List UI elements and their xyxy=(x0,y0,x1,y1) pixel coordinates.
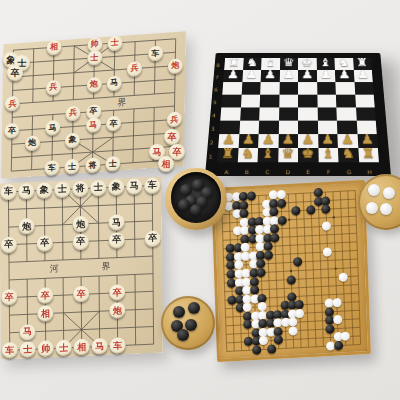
chess-square[interactable] xyxy=(317,95,336,108)
xiangqi-piece-character: 相 xyxy=(162,160,171,169)
chess-square[interactable] xyxy=(259,107,279,120)
xiangqi-piece-character: 车 xyxy=(113,341,122,350)
xiangqi-piece-character: 马 xyxy=(112,218,121,227)
river-label-jie: 界 xyxy=(101,260,112,273)
go-stone-black[interactable] xyxy=(180,184,192,196)
xiangqi-piece-character: 卒 xyxy=(11,69,20,78)
chess-square[interactable] xyxy=(221,95,241,108)
chess-square[interactable] xyxy=(298,95,317,108)
xiangqi-piece-character: 马 xyxy=(22,186,31,195)
xiangqi-piece-character: 兵 xyxy=(131,64,139,73)
chess-square[interactable] xyxy=(241,82,260,94)
xiangqi-piece-character: 兵 xyxy=(170,115,178,124)
chess-piece-265d[interactable]: ♝ xyxy=(321,147,335,160)
chess-square[interactable] xyxy=(240,95,260,108)
chess-square[interactable]: ♟ xyxy=(335,70,354,82)
go-stone-white[interactable] xyxy=(380,203,392,215)
go-board[interactable] xyxy=(211,180,371,362)
xiangqi-piece-character: 卒 xyxy=(8,127,16,136)
xiangqi-piece-character: 马 xyxy=(153,148,162,157)
xiangqi-piece-character: 兵 xyxy=(69,109,77,118)
chess-square[interactable]: ♜ xyxy=(217,148,238,162)
loose-xiangqi-piece-black[interactable]: 卒 xyxy=(7,65,23,81)
chess-piece-265f[interactable]: ♟ xyxy=(242,133,256,146)
xiangqi-piece-character: 卒 xyxy=(77,290,86,299)
chess-rank-label: 1 xyxy=(208,148,213,165)
xiangqi-piece-character: 兵 xyxy=(8,100,16,109)
xiangqi-piece-character: 炮 xyxy=(113,306,122,315)
chess-square[interactable] xyxy=(220,107,240,120)
xiangqi-piece-character: 士 xyxy=(90,54,98,63)
xiangqi-piece-character: 炮 xyxy=(90,81,98,90)
chess-file-label: C xyxy=(257,169,278,175)
chess-file-label: B xyxy=(237,169,258,175)
chess-square[interactable]: ♝ xyxy=(258,148,279,162)
chess-square[interactable]: ♞ xyxy=(338,148,359,162)
chess-square[interactable]: ♟ xyxy=(316,70,335,82)
xiangqi-piece-character: 士 xyxy=(94,183,103,192)
chess-square[interactable]: ♟ xyxy=(223,70,242,82)
chess-piece-265f[interactable]: ♟ xyxy=(338,69,351,80)
go-stone-black[interactable] xyxy=(177,329,189,341)
chess-piece-265f[interactable]: ♟ xyxy=(264,69,277,80)
chess-file-label: A xyxy=(216,169,237,175)
xiangqi-piece-character: 马 xyxy=(130,182,139,191)
chess-square[interactable]: ♟ xyxy=(279,70,298,82)
chess-file-label: F xyxy=(318,169,339,175)
loose-xiangqi-piece-red[interactable]: 卒 xyxy=(164,129,180,145)
xiangqi-piece-character: 卒 xyxy=(112,235,121,244)
chess-piece-265f[interactable]: ♟ xyxy=(301,133,314,146)
chess-square[interactable] xyxy=(317,82,336,94)
go-stone-white[interactable] xyxy=(366,202,378,214)
chess-board[interactable]: ♜♞♝♛♚♝♞♜♟♟♟♟♟♟♟♟♟♟♟♟♟♟♟♟♜♞♝♛♚♝♞♜ ABCDEFG… xyxy=(205,53,391,176)
go-stone-black[interactable] xyxy=(190,204,202,216)
chess-squares: ♜♞♝♛♚♝♞♜♟♟♟♟♟♟♟♟♟♟♟♟♟♟♟♟♜♞♝♛♚♝♞♜ xyxy=(217,58,379,162)
xiangqi-piece-character: 士 xyxy=(68,163,76,172)
xiangqi-piece-character: 将 xyxy=(88,161,96,170)
xiangqi-piece-character: 车 xyxy=(148,181,157,190)
xiangqi-board-bottom[interactable]: 河 界 车马象士将士象马车炮炮马卒卒卒卒卒卒卒卒卒相炮马车士帅士相马车 xyxy=(0,176,163,359)
river-label-he: 河 xyxy=(50,262,61,275)
chess-piece-265e[interactable]: ♞ xyxy=(341,147,355,160)
chess-piece-265f[interactable]: ♟ xyxy=(227,69,240,80)
xiangqi-piece-character: 卒 xyxy=(76,237,85,246)
loose-xiangqi-piece-red[interactable]: 相 xyxy=(158,156,174,172)
xiangqi-piece-character: 士 xyxy=(58,185,67,194)
chess-square[interactable] xyxy=(279,95,298,108)
chess-piece-265f[interactable]: ♟ xyxy=(321,133,334,146)
chess-file-label: D xyxy=(278,169,298,175)
xiangqi-piece-character: 相 xyxy=(77,343,86,352)
chess-square[interactable] xyxy=(356,107,376,120)
xiangqi-piece-character: 马 xyxy=(95,342,104,351)
xiangqi-piece-character: 象 xyxy=(112,182,121,191)
xiangqi-piece-character: 士 xyxy=(59,343,68,352)
xiangqi-piece-character: 炮 xyxy=(171,61,179,70)
scene-table: 界 相帅士士车兵炮兵炮马兵兵卒卒马马卒兵炮象车士将士 ♜♞♝♛♚♝♞♜♟♟♟♟♟… xyxy=(0,0,400,400)
chess-piece-265f[interactable]: ♟ xyxy=(360,133,374,146)
go-stone-black[interactable] xyxy=(178,199,190,211)
xiangqi-piece-character: 象 xyxy=(69,136,77,145)
chess-piece-265f[interactable]: ♟ xyxy=(281,133,294,146)
xiangqi-piece-character: 炮 xyxy=(28,139,36,148)
xiangqi-piece-character: 卒 xyxy=(148,234,157,243)
chess-square[interactable] xyxy=(222,82,242,94)
chess-square[interactable] xyxy=(354,82,374,94)
xiangqi-piece-character: 卒 xyxy=(89,107,97,116)
xiangqi-piece-character: 车 xyxy=(4,187,13,196)
chess-square[interactable] xyxy=(260,82,279,94)
chess-square[interactable]: ♟ xyxy=(242,70,261,82)
go-lid-black-stones[interactable] xyxy=(161,296,215,350)
chess-square[interactable] xyxy=(279,107,298,120)
chess-piece-265c[interactable]: ♜ xyxy=(361,147,375,160)
xiangqi-piece-character: 炮 xyxy=(22,222,31,231)
go-stone-black[interactable] xyxy=(185,319,197,331)
chess-square[interactable]: ♟ xyxy=(353,70,372,82)
chess-piece-265f[interactable]: ♟ xyxy=(341,133,355,146)
xiangqi-piece-character: 卒 xyxy=(5,293,14,302)
xiangqi-piece-character: 相 xyxy=(50,43,58,52)
xiangqi-piece-character: 兵 xyxy=(49,83,57,92)
chess-square[interactable]: ♛ xyxy=(278,148,298,162)
xiangqi-piece-character: 炮 xyxy=(76,219,85,228)
chess-piece-265b[interactable]: ♛ xyxy=(281,147,294,160)
xiangqi-piece-character: 帅 xyxy=(41,344,50,353)
xiangqi-piece-character: 卒 xyxy=(173,148,182,157)
chess-square[interactable]: ♚ xyxy=(298,148,318,162)
chess-square[interactable] xyxy=(336,107,356,120)
chess-file-label: H xyxy=(359,169,380,175)
chess-square[interactable]: ♟ xyxy=(298,70,317,82)
chess-square[interactable] xyxy=(317,107,337,120)
xiangqi-piece-character: 马 xyxy=(49,124,57,133)
xiangqi-piece-character: 士 xyxy=(109,160,117,169)
xiangqi-piece-character: 卒 xyxy=(41,291,50,300)
xiangqi-piece-character: 车 xyxy=(151,49,159,58)
xiangqi-piece-character: 车 xyxy=(48,164,56,173)
xiangqi-piece-character: 帅 xyxy=(90,40,98,49)
xiangqi-piece-character: 卒 xyxy=(113,288,122,297)
chess-piece-265f[interactable]: ♟ xyxy=(320,69,333,80)
xiangqi-piece-character: 相 xyxy=(41,309,50,318)
go-stone-black[interactable] xyxy=(188,302,200,314)
chess-square[interactable]: ♜ xyxy=(358,148,379,162)
xiangqi-piece-character: 马 xyxy=(23,327,32,336)
xiangqi-piece-character: 卒 xyxy=(40,238,49,247)
go-stone-bowl[interactable] xyxy=(165,168,227,230)
chess-square[interactable] xyxy=(298,107,317,120)
xiangqi-piece-character: 马 xyxy=(89,121,97,130)
chess-square[interactable]: ♞ xyxy=(237,148,258,162)
xiangqi-piece-character: 卒 xyxy=(4,240,13,249)
chess-piece-265f[interactable]: ♟ xyxy=(283,69,295,80)
river-label-jie: 界 xyxy=(117,96,128,110)
chess-piece-265e[interactable]: ♞ xyxy=(241,147,255,160)
xiangqi-piece-character: 士 xyxy=(111,39,119,48)
chess-square[interactable] xyxy=(298,82,317,94)
chess-piece-265f[interactable]: ♟ xyxy=(356,69,369,80)
xiangqi-piece-character: 卒 xyxy=(109,119,117,128)
chess-square[interactable] xyxy=(240,107,260,120)
xiangqi-piece-character: 将 xyxy=(76,184,85,193)
xiangqi-piece-character: 士 xyxy=(23,345,32,354)
chess-square[interactable]: ♟ xyxy=(261,70,280,82)
chess-square[interactable] xyxy=(260,95,279,108)
xiangqi-piece-character: 卒 xyxy=(168,133,177,142)
go-stone-bowl-opening xyxy=(171,172,222,223)
go-stone-white[interactable] xyxy=(368,184,380,196)
chess-piece-265f[interactable]: ♟ xyxy=(222,133,236,146)
chess-square[interactable]: ♝ xyxy=(318,148,339,162)
chess-piece-265c[interactable]: ♜ xyxy=(221,147,235,160)
chess-piece-265f[interactable]: ♟ xyxy=(301,69,313,80)
xiangqi-piece-character: 马 xyxy=(110,79,118,88)
xiangqi-piece-character: 象 xyxy=(40,186,49,195)
chess-square[interactable] xyxy=(336,95,356,108)
chess-file-label: G xyxy=(339,169,360,175)
chess-square[interactable] xyxy=(279,82,298,94)
chess-piece-265a[interactable]: ♚ xyxy=(301,147,314,160)
go-stone-white[interactable] xyxy=(383,187,395,199)
xiangqi-piece-character: 车 xyxy=(5,346,14,355)
go-stone-black[interactable] xyxy=(173,306,185,318)
chess-square[interactable] xyxy=(335,82,354,94)
chess-square[interactable] xyxy=(355,95,375,108)
chess-piece-265d[interactable]: ♝ xyxy=(261,147,275,160)
chess-piece-265f[interactable]: ♟ xyxy=(262,133,275,146)
chess-file-label: E xyxy=(298,169,318,175)
chess-piece-265f[interactable]: ♟ xyxy=(245,69,258,80)
